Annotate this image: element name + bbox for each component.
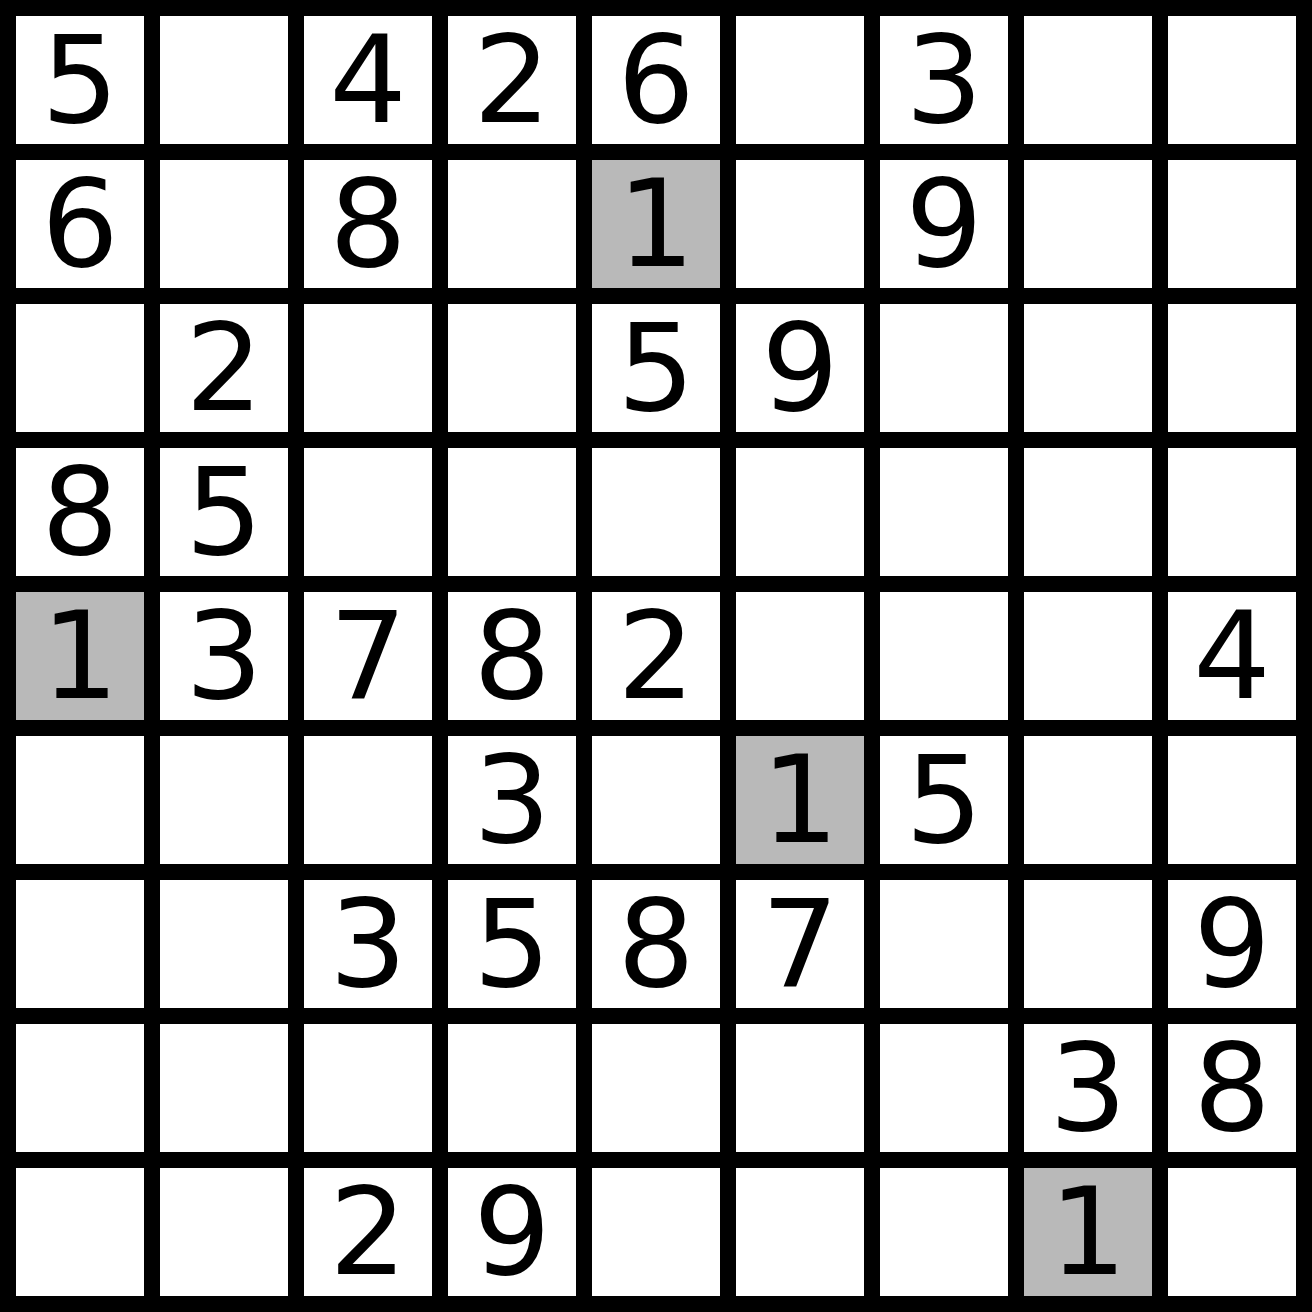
cell-r1c8[interactable] — [1024, 16, 1152, 144]
cell-r4c5[interactable] — [592, 448, 720, 576]
cell-r9c6[interactable] — [736, 1168, 864, 1296]
cell-r8c8[interactable]: 3 — [1024, 1024, 1152, 1152]
cell-r5c3[interactable]: 7 — [304, 592, 432, 720]
cell-r4c7[interactable] — [880, 448, 1008, 576]
cell-r3c2[interactable]: 2 — [160, 304, 288, 432]
cell-r5c4[interactable]: 8 — [448, 592, 576, 720]
cell-r1c5[interactable]: 6 — [592, 16, 720, 144]
cell-r7c9[interactable]: 9 — [1168, 880, 1296, 1008]
cell-r6c2[interactable] — [160, 736, 288, 864]
cell-r2c9[interactable] — [1168, 160, 1296, 288]
cell-r1c2[interactable] — [160, 16, 288, 144]
cell-r3c1[interactable] — [16, 304, 144, 432]
cell-r4c1[interactable]: 8 — [16, 448, 144, 576]
cell-r4c3[interactable] — [304, 448, 432, 576]
cell-r9c4[interactable]: 9 — [448, 1168, 576, 1296]
cell-r8c5[interactable] — [592, 1024, 720, 1152]
cell-r4c4[interactable] — [448, 448, 576, 576]
cell-r7c1[interactable] — [16, 880, 144, 1008]
cell-r2c1[interactable]: 6 — [16, 160, 144, 288]
cell-r4c2[interactable]: 5 — [160, 448, 288, 576]
cell-r7c6[interactable]: 7 — [736, 880, 864, 1008]
cell-r3c5[interactable]: 5 — [592, 304, 720, 432]
cell-r7c8[interactable] — [1024, 880, 1152, 1008]
cell-r1c4[interactable]: 2 — [448, 16, 576, 144]
cell-r3c3[interactable] — [304, 304, 432, 432]
cell-r6c3[interactable] — [304, 736, 432, 864]
cell-r4c6[interactable] — [736, 448, 864, 576]
cell-r2c6[interactable] — [736, 160, 864, 288]
cell-r6c7[interactable]: 5 — [880, 736, 1008, 864]
cell-r4c8[interactable] — [1024, 448, 1152, 576]
cell-r6c8[interactable] — [1024, 736, 1152, 864]
cell-r6c9[interactable] — [1168, 736, 1296, 864]
cell-r8c1[interactable] — [16, 1024, 144, 1152]
cell-r5c8[interactable] — [1024, 592, 1152, 720]
cell-r3c7[interactable] — [880, 304, 1008, 432]
cell-r8c7[interactable] — [880, 1024, 1008, 1152]
cell-r1c9[interactable] — [1168, 16, 1296, 144]
cell-r9c1[interactable] — [16, 1168, 144, 1296]
cell-r6c5[interactable] — [592, 736, 720, 864]
cell-r5c6[interactable] — [736, 592, 864, 720]
cell-r3c8[interactable] — [1024, 304, 1152, 432]
cell-r3c6[interactable]: 9 — [736, 304, 864, 432]
cell-r9c7[interactable] — [880, 1168, 1008, 1296]
cell-r7c2[interactable] — [160, 880, 288, 1008]
cell-r7c7[interactable] — [880, 880, 1008, 1008]
cell-r9c8[interactable]: 1 — [1024, 1168, 1152, 1296]
cell-r6c6[interactable]: 1 — [736, 736, 864, 864]
cell-r3c9[interactable] — [1168, 304, 1296, 432]
cell-r8c6[interactable] — [736, 1024, 864, 1152]
cell-r7c4[interactable]: 5 — [448, 880, 576, 1008]
cell-r4c9[interactable] — [1168, 448, 1296, 576]
cell-r6c1[interactable] — [16, 736, 144, 864]
cell-r7c5[interactable]: 8 — [592, 880, 720, 1008]
cell-r9c9[interactable] — [1168, 1168, 1296, 1296]
cell-r8c3[interactable] — [304, 1024, 432, 1152]
cell-r1c1[interactable]: 5 — [16, 16, 144, 144]
cell-r5c2[interactable]: 3 — [160, 592, 288, 720]
cell-r9c5[interactable] — [592, 1168, 720, 1296]
sudoku-board: 542636819259851378243153587938291 — [0, 0, 1312, 1312]
cell-r2c8[interactable] — [1024, 160, 1152, 288]
cell-r2c3[interactable]: 8 — [304, 160, 432, 288]
cell-r1c3[interactable]: 4 — [304, 16, 432, 144]
cell-r6c4[interactable]: 3 — [448, 736, 576, 864]
cell-r3c4[interactable] — [448, 304, 576, 432]
cell-r8c2[interactable] — [160, 1024, 288, 1152]
cell-r2c2[interactable] — [160, 160, 288, 288]
cell-r5c1[interactable]: 1 — [16, 592, 144, 720]
cell-r7c3[interactable]: 3 — [304, 880, 432, 1008]
cell-r2c4[interactable] — [448, 160, 576, 288]
cell-r8c9[interactable]: 8 — [1168, 1024, 1296, 1152]
cell-r1c7[interactable]: 3 — [880, 16, 1008, 144]
cell-r5c7[interactable] — [880, 592, 1008, 720]
cell-r2c5[interactable]: 1 — [592, 160, 720, 288]
cell-r2c7[interactable]: 9 — [880, 160, 1008, 288]
cell-r9c2[interactable] — [160, 1168, 288, 1296]
cell-r9c3[interactable]: 2 — [304, 1168, 432, 1296]
cell-r5c9[interactable]: 4 — [1168, 592, 1296, 720]
cell-r1c6[interactable] — [736, 16, 864, 144]
cell-r5c5[interactable]: 2 — [592, 592, 720, 720]
cell-r8c4[interactable] — [448, 1024, 576, 1152]
